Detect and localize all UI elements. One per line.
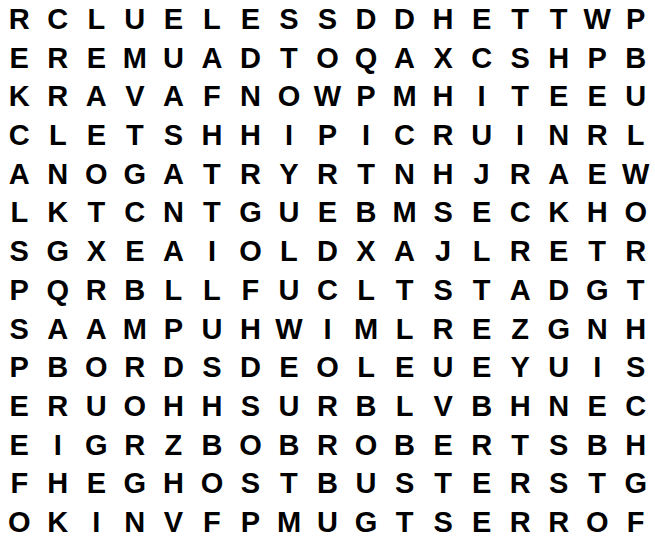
grid-cell[interactable]: D [539,271,578,310]
grid-cell[interactable]: E [539,232,578,271]
grid-cell[interactable]: I [39,426,78,465]
grid-cell[interactable]: D [347,0,386,39]
grid-cell[interactable]: H [424,0,463,39]
grid-cell[interactable]: E [578,77,617,116]
grid-cell[interactable]: T [270,39,309,78]
grid-cell[interactable]: S [501,39,540,78]
grid-cell[interactable]: U [347,465,386,504]
grid-cell[interactable]: T [385,503,424,542]
grid-cell[interactable]: U [193,310,232,349]
grid-cell[interactable]: S [424,194,463,233]
grid-cell[interactable]: I [501,116,540,155]
grid-cell[interactable]: T [501,0,540,39]
grid-cell[interactable]: R [116,348,155,387]
grid-cell[interactable]: S [231,465,270,504]
grid-cell[interactable]: B [193,426,232,465]
grid-cell[interactable]: S [616,348,655,387]
grid-cell[interactable]: E [462,0,501,39]
grid-cell[interactable]: C [616,387,655,426]
grid-cell[interactable]: N [116,503,155,542]
grid-cell[interactable]: B [616,39,655,78]
grid-cell[interactable]: T [77,194,116,233]
grid-cell[interactable]: P [578,39,617,78]
grid-cell[interactable]: F [231,271,270,310]
grid-cell[interactable]: U [462,116,501,155]
grid-cell[interactable]: A [77,310,116,349]
grid-cell[interactable]: T [270,465,309,504]
grid-cell[interactable]: A [154,232,193,271]
grid-cell[interactable]: T [578,465,617,504]
grid-cell[interactable]: O [308,39,347,78]
grid-cell[interactable]: M [347,310,386,349]
grid-cell[interactable]: H [424,155,463,194]
grid-cell[interactable]: W [616,155,655,194]
grid-cell[interactable]: J [424,232,463,271]
grid-cell[interactable]: O [77,155,116,194]
grid-cell[interactable]: H [193,116,232,155]
grid-cell[interactable]: E [462,194,501,233]
grid-cell[interactable]: G [347,503,386,542]
grid-cell[interactable]: H [39,465,78,504]
grid-cell[interactable]: S [539,426,578,465]
grid-cell[interactable]: M [385,77,424,116]
grid-cell[interactable]: Q [39,271,78,310]
grid-cell[interactable]: V [116,77,155,116]
grid-cell[interactable]: G [231,194,270,233]
grid-cell[interactable]: N [231,77,270,116]
grid-cell[interactable]: H [539,39,578,78]
grid-cell[interactable]: R [501,232,540,271]
grid-cell[interactable]: E [77,39,116,78]
grid-cell[interactable]: G [39,232,78,271]
grid-cell[interactable]: G [116,155,155,194]
grid-cell[interactable]: O [77,348,116,387]
grid-cell[interactable]: P [347,77,386,116]
grid-cell[interactable]: C [462,39,501,78]
grid-cell[interactable]: T [578,232,617,271]
grid-cell[interactable]: U [270,387,309,426]
grid-cell[interactable]: K [39,503,78,542]
grid-cell[interactable]: O [193,465,232,504]
grid-cell[interactable]: R [462,426,501,465]
grid-cell[interactable]: S [385,465,424,504]
grid-cell[interactable]: E [154,0,193,39]
grid-cell[interactable]: R [501,155,540,194]
grid-cell[interactable]: E [462,348,501,387]
grid-cell[interactable]: H [231,310,270,349]
grid-cell[interactable]: A [154,155,193,194]
grid-cell[interactable]: L [347,271,386,310]
grid-cell[interactable]: H [154,387,193,426]
grid-cell[interactable]: G [77,426,116,465]
grid-cell[interactable]: A [39,310,78,349]
grid-cell[interactable]: T [462,271,501,310]
grid-cell[interactable]: E [77,465,116,504]
grid-cell[interactable]: R [539,503,578,542]
grid-cell[interactable]: Y [501,348,540,387]
grid-cell[interactable]: N [539,387,578,426]
grid-cell[interactable]: E [0,39,39,78]
grid-cell[interactable]: M [385,194,424,233]
grid-cell[interactable]: R [231,155,270,194]
grid-cell[interactable]: D [231,348,270,387]
grid-cell[interactable]: A [0,155,39,194]
grid-cell[interactable]: N [385,155,424,194]
grid-cell[interactable]: E [424,426,463,465]
grid-cell[interactable]: C [39,0,78,39]
grid-cell[interactable]: W [270,310,309,349]
grid-cell[interactable]: N [154,194,193,233]
grid-cell[interactable]: R [501,465,540,504]
grid-cell[interactable]: K [539,194,578,233]
grid-cell[interactable]: R [308,387,347,426]
grid-cell[interactable]: G [616,465,655,504]
grid-cell[interactable]: L [385,387,424,426]
grid-cell[interactable]: I [193,232,232,271]
grid-cell[interactable]: L [193,271,232,310]
grid-cell[interactable]: T [424,465,463,504]
grid-cell[interactable]: E [578,155,617,194]
grid-cell[interactable]: R [424,116,463,155]
grid-cell[interactable]: R [39,39,78,78]
grid-cell[interactable]: O [116,387,155,426]
grid-cell[interactable]: R [116,426,155,465]
grid-cell[interactable]: T [193,194,232,233]
grid-cell[interactable]: C [501,194,540,233]
grid-cell[interactable]: E [539,77,578,116]
grid-cell[interactable]: Q [347,39,386,78]
word-search-grid: RCLUELESSDDHETTWPEREMUADTOQAXCSHPBKRAVAF… [0,0,655,542]
grid-cell[interactable]: A [154,77,193,116]
grid-cell[interactable]: L [616,116,655,155]
grid-cell[interactable]: S [424,271,463,310]
grid-cell[interactable]: I [77,503,116,542]
grid-cell[interactable]: B [116,271,155,310]
grid-cell[interactable]: U [154,39,193,78]
grid-cell[interactable]: G [116,465,155,504]
grid-cell[interactable]: B [578,426,617,465]
grid-cell[interactable]: B [308,465,347,504]
grid-cell[interactable]: R [39,387,78,426]
grid-cell[interactable]: S [539,465,578,504]
grid-cell[interactable]: T [501,77,540,116]
grid-cell[interactable]: N [39,155,78,194]
grid-cell[interactable]: R [501,503,540,542]
grid-cell[interactable]: V [424,387,463,426]
grid-cell[interactable]: U [308,503,347,542]
grid-cell[interactable]: R [77,271,116,310]
grid-cell[interactable]: O [231,426,270,465]
grid-cell[interactable]: N [539,116,578,155]
grid-cell[interactable]: P [0,271,39,310]
grid-cell[interactable]: S [0,310,39,349]
grid-cell[interactable]: B [39,348,78,387]
grid-cell[interactable]: H [154,465,193,504]
grid-cell[interactable]: S [270,0,309,39]
grid-cell[interactable]: E [308,194,347,233]
grid-cell[interactable]: R [0,0,39,39]
grid-cell[interactable]: O [0,503,39,542]
grid-cell[interactable]: T [193,155,232,194]
grid-cell[interactable]: H [424,77,463,116]
grid-cell[interactable]: U [424,348,463,387]
grid-cell[interactable]: P [616,0,655,39]
grid-cell[interactable]: R [424,310,463,349]
grid-cell[interactable]: X [347,232,386,271]
grid-cell[interactable]: H [501,387,540,426]
grid-cell[interactable]: R [616,232,655,271]
grid-cell[interactable]: L [462,232,501,271]
grid-cell[interactable]: D [308,232,347,271]
grid-cell[interactable]: U [270,271,309,310]
grid-cell[interactable]: F [616,503,655,542]
grid-cell[interactable]: M [116,39,155,78]
grid-cell[interactable]: Y [270,155,309,194]
grid-cell[interactable]: G [539,310,578,349]
grid-cell[interactable]: W [578,0,617,39]
grid-cell[interactable]: T [347,155,386,194]
grid-cell[interactable]: E [231,0,270,39]
grid-cell[interactable]: E [0,426,39,465]
grid-cell[interactable]: M [116,310,155,349]
grid-cell[interactable]: P [0,348,39,387]
grid-cell[interactable]: U [116,0,155,39]
grid-cell[interactable]: T [616,271,655,310]
grid-cell[interactable]: R [308,155,347,194]
grid-cell[interactable]: B [270,426,309,465]
grid-cell[interactable]: R [308,426,347,465]
grid-cell[interactable]: S [154,116,193,155]
grid-cell[interactable]: H [578,194,617,233]
grid-cell[interactable]: T [501,426,540,465]
grid-cell[interactable]: F [193,77,232,116]
grid-cell[interactable]: E [0,387,39,426]
grid-cell[interactable]: N [578,310,617,349]
grid-cell[interactable]: E [77,116,116,155]
grid-cell[interactable]: E [462,503,501,542]
grid-cell[interactable]: O [578,503,617,542]
grid-cell[interactable]: D [231,39,270,78]
grid-cell[interactable]: O [616,194,655,233]
grid-cell[interactable]: I [308,310,347,349]
grid-cell[interactable]: D [154,348,193,387]
grid-cell[interactable]: O [347,426,386,465]
grid-cell[interactable]: A [385,39,424,78]
grid-cell[interactable]: R [578,116,617,155]
grid-cell[interactable]: G [578,271,617,310]
grid-cell[interactable]: E [578,387,617,426]
grid-cell[interactable]: T [116,116,155,155]
grid-cell[interactable]: B [385,426,424,465]
grid-cell[interactable]: T [539,0,578,39]
grid-cell[interactable]: I [347,116,386,155]
grid-cell[interactable]: I [270,116,309,155]
grid-cell[interactable]: I [578,348,617,387]
grid-cell[interactable]: F [193,503,232,542]
grid-cell[interactable]: T [385,271,424,310]
grid-cell[interactable]: W [308,77,347,116]
grid-cell[interactable]: O [308,348,347,387]
grid-cell[interactable]: L [77,0,116,39]
grid-cell[interactable]: L [385,310,424,349]
grid-cell[interactable]: H [193,387,232,426]
grid-cell[interactable]: C [116,194,155,233]
grid-cell[interactable]: S [0,232,39,271]
grid-cell[interactable]: V [154,503,193,542]
grid-cell[interactable]: K [39,194,78,233]
grid-cell[interactable]: S [424,503,463,542]
grid-cell[interactable]: J [462,155,501,194]
grid-cell[interactable]: H [616,310,655,349]
grid-cell[interactable]: P [308,116,347,155]
grid-cell[interactable]: F [0,465,39,504]
grid-cell[interactable]: L [154,271,193,310]
grid-cell[interactable]: A [193,39,232,78]
grid-cell[interactable]: K [0,77,39,116]
grid-cell[interactable]: E [462,465,501,504]
grid-cell[interactable]: R [39,77,78,116]
grid-cell[interactable]: S [193,348,232,387]
grid-cell[interactable]: P [231,503,270,542]
grid-cell[interactable]: L [270,232,309,271]
grid-cell[interactable]: E [116,232,155,271]
grid-cell[interactable]: I [462,77,501,116]
grid-cell[interactable]: U [77,387,116,426]
grid-cell[interactable]: H [231,116,270,155]
grid-cell[interactable]: S [231,387,270,426]
grid-cell[interactable]: X [424,39,463,78]
grid-cell[interactable]: A [385,232,424,271]
grid-cell[interactable]: E [462,310,501,349]
grid-cell[interactable]: A [539,155,578,194]
grid-cell[interactable]: U [270,194,309,233]
grid-cell[interactable]: L [347,348,386,387]
grid-cell[interactable]: L [0,194,39,233]
grid-cell[interactable]: S [308,0,347,39]
grid-cell[interactable]: L [193,0,232,39]
grid-cell[interactable]: B [347,387,386,426]
grid-cell[interactable]: A [77,77,116,116]
grid-cell[interactable]: L [39,116,78,155]
grid-cell[interactable]: P [154,310,193,349]
grid-cell[interactable]: H [616,426,655,465]
grid-cell[interactable]: O [231,232,270,271]
grid-cell[interactable]: E [270,348,309,387]
grid-cell[interactable]: D [385,0,424,39]
grid-cell[interactable]: C [385,116,424,155]
grid-cell[interactable]: E [385,348,424,387]
grid-cell[interactable]: C [0,116,39,155]
grid-cell[interactable]: X [77,232,116,271]
grid-cell[interactable]: U [539,348,578,387]
grid-cell[interactable]: O [270,77,309,116]
grid-cell[interactable]: B [347,194,386,233]
grid-cell[interactable]: B [462,387,501,426]
grid-cell[interactable]: C [308,271,347,310]
grid-cell[interactable]: M [270,503,309,542]
grid-cell[interactable]: Z [501,310,540,349]
grid-cell[interactable]: Z [154,426,193,465]
grid-cell[interactable]: U [616,77,655,116]
grid-cell[interactable]: A [501,271,540,310]
